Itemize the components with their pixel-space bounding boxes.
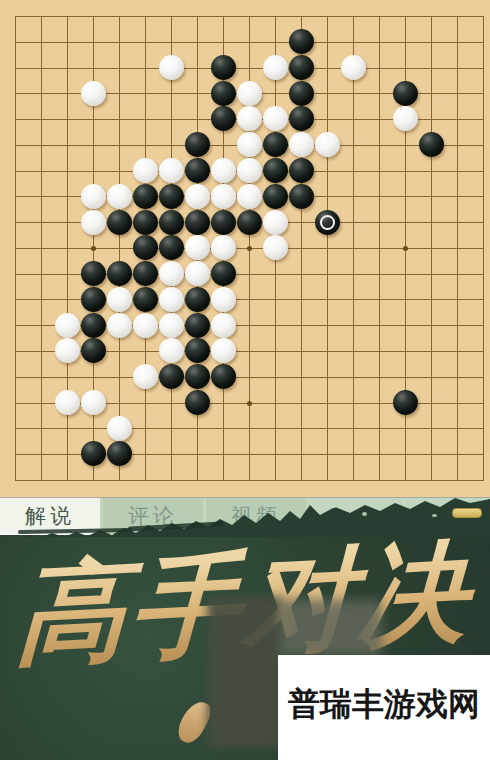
board-intersection[interactable] — [106, 261, 132, 287]
black-stone — [289, 29, 314, 54]
black-stone — [237, 210, 262, 235]
black-stone — [289, 106, 314, 131]
board-intersection[interactable] — [158, 235, 184, 261]
white-stone — [159, 55, 184, 80]
white-stone — [159, 287, 184, 312]
board-intersection[interactable] — [262, 106, 288, 132]
board-intersection[interactable] — [158, 55, 184, 81]
go-board[interactable] — [0, 0, 490, 497]
board-intersection[interactable] — [132, 235, 158, 261]
white-stone — [81, 390, 106, 415]
white-stone — [211, 235, 236, 260]
white-stone — [341, 55, 366, 80]
board-intersection[interactable] — [210, 80, 236, 106]
board-intersection[interactable] — [54, 312, 80, 338]
black-stone — [133, 184, 158, 209]
watermark-box: 普瑞丰游戏网 — [278, 655, 490, 760]
board-intersection[interactable] — [106, 183, 132, 209]
black-stone — [211, 210, 236, 235]
white-stone — [55, 390, 80, 415]
white-stone — [211, 313, 236, 338]
board-intersection[interactable] — [236, 80, 262, 106]
black-stone — [289, 55, 314, 80]
board-intersection[interactable] — [158, 338, 184, 364]
black-stone — [185, 210, 210, 235]
board-intersection[interactable] — [236, 209, 262, 235]
board-intersection[interactable] — [132, 209, 158, 235]
board-intersection[interactable] — [158, 364, 184, 390]
black-stone — [159, 210, 184, 235]
white-stone — [211, 338, 236, 363]
board-intersection[interactable] — [158, 158, 184, 184]
board-intersection[interactable] — [314, 209, 340, 235]
white-stone — [81, 210, 106, 235]
board-intersection[interactable] — [288, 132, 314, 158]
white-stone — [263, 235, 288, 260]
black-stone — [211, 81, 236, 106]
board-intersection[interactable] — [392, 106, 418, 132]
white-stone — [237, 81, 262, 106]
white-stone — [237, 132, 262, 157]
board-intersection[interactable] — [80, 286, 106, 312]
black-stone — [211, 106, 236, 131]
white-stone — [107, 184, 132, 209]
black-stone — [107, 261, 132, 286]
board-intersection[interactable] — [106, 415, 132, 441]
board-intersection[interactable] — [236, 132, 262, 158]
board-intersection[interactable] — [210, 55, 236, 81]
board-intersection[interactable] — [288, 158, 314, 184]
black-stone — [81, 261, 106, 286]
blurred-patch — [207, 597, 282, 747]
board-intersection[interactable] — [184, 209, 210, 235]
white-stone — [133, 364, 158, 389]
white-stone — [159, 338, 184, 363]
white-stone — [211, 184, 236, 209]
black-stone — [263, 158, 288, 183]
white-stone — [133, 313, 158, 338]
board-intersection[interactable] — [210, 338, 236, 364]
board-intersection[interactable] — [184, 389, 210, 415]
board-intersection[interactable] — [262, 132, 288, 158]
board-intersection[interactable] — [158, 261, 184, 287]
white-stone — [81, 184, 106, 209]
board-intersection[interactable] — [80, 80, 106, 106]
board-intersection[interactable] — [80, 389, 106, 415]
board-intersection[interactable] — [210, 183, 236, 209]
white-stone — [211, 158, 236, 183]
black-stone — [419, 132, 444, 157]
white-stone — [185, 261, 210, 286]
black-stone — [211, 261, 236, 286]
board-intersection[interactable] — [288, 106, 314, 132]
black-stone — [211, 55, 236, 80]
board-intersection[interactable] — [184, 338, 210, 364]
white-stone — [237, 106, 262, 131]
black-stone — [133, 210, 158, 235]
stone-grid — [2, 3, 490, 493]
board-intersection[interactable] — [184, 158, 210, 184]
paper-speck — [362, 512, 367, 516]
board-intersection[interactable] — [210, 261, 236, 287]
board-intersection[interactable] — [210, 106, 236, 132]
black-stone — [393, 81, 418, 106]
white-stone — [133, 158, 158, 183]
board-intersection[interactable] — [158, 286, 184, 312]
white-stone — [393, 106, 418, 131]
white-stone — [159, 261, 184, 286]
black-stone — [185, 132, 210, 157]
black-stone — [289, 158, 314, 183]
board-intersection[interactable] — [262, 209, 288, 235]
white-stone — [185, 235, 210, 260]
board-intersection[interactable] — [184, 261, 210, 287]
board-intersection[interactable] — [262, 183, 288, 209]
board-intersection[interactable] — [262, 158, 288, 184]
paper-speck — [332, 505, 336, 508]
board-intersection[interactable] — [184, 364, 210, 390]
white-stone — [263, 106, 288, 131]
board-intersection[interactable] — [210, 209, 236, 235]
board-intersection[interactable] — [132, 183, 158, 209]
board-intersection[interactable] — [106, 209, 132, 235]
board-intersection[interactable] — [158, 183, 184, 209]
white-stone — [237, 184, 262, 209]
black-stone — [185, 287, 210, 312]
black-stone — [185, 390, 210, 415]
board-intersection[interactable] — [314, 132, 340, 158]
board-intersection[interactable] — [132, 286, 158, 312]
black-stone — [133, 235, 158, 260]
white-stone — [159, 313, 184, 338]
board-intersection[interactable] — [236, 158, 262, 184]
board-intersection[interactable] — [392, 389, 418, 415]
black-stone — [81, 441, 106, 466]
white-stone — [159, 158, 184, 183]
board-intersection[interactable] — [184, 286, 210, 312]
white-stone — [81, 81, 106, 106]
board-intersection[interactable] — [210, 364, 236, 390]
board-intersection[interactable] — [340, 55, 366, 81]
board-intersection[interactable] — [184, 312, 210, 338]
board-intersection[interactable] — [236, 106, 262, 132]
board-intersection[interactable] — [288, 80, 314, 106]
white-stone — [107, 416, 132, 441]
black-stone — [81, 287, 106, 312]
board-intersection[interactable] — [210, 286, 236, 312]
board-intersection[interactable] — [210, 312, 236, 338]
board-intersection[interactable] — [106, 441, 132, 467]
board-intersection[interactable] — [236, 183, 262, 209]
board-intersection[interactable] — [106, 286, 132, 312]
board-intersection[interactable] — [184, 235, 210, 261]
black-stone — [81, 313, 106, 338]
last-move-black-stone — [315, 210, 340, 235]
white-stone — [315, 132, 340, 157]
board-intersection[interactable] — [418, 132, 444, 158]
board-intersection[interactable] — [184, 132, 210, 158]
board-intersection[interactable] — [132, 158, 158, 184]
black-stone — [133, 287, 158, 312]
board-intersection[interactable] — [158, 312, 184, 338]
board-intersection[interactable] — [158, 209, 184, 235]
white-stone — [107, 287, 132, 312]
board-intersection[interactable] — [288, 29, 314, 55]
paper-speck — [402, 501, 405, 504]
black-stone — [185, 313, 210, 338]
board-intersection[interactable] — [210, 158, 236, 184]
board-intersection[interactable] — [106, 312, 132, 338]
board-intersection[interactable] — [288, 183, 314, 209]
white-stone — [263, 210, 288, 235]
gold-brush-mark — [452, 508, 482, 518]
black-stone — [159, 184, 184, 209]
board-intersection[interactable] — [80, 183, 106, 209]
board-intersection[interactable] — [80, 338, 106, 364]
board-intersection[interactable] — [132, 261, 158, 287]
black-stone — [393, 390, 418, 415]
white-stone — [107, 313, 132, 338]
white-stone — [55, 313, 80, 338]
board-intersection[interactable] — [262, 235, 288, 261]
board-intersection[interactable] — [54, 338, 80, 364]
black-stone — [211, 364, 236, 389]
board-intersection[interactable] — [132, 312, 158, 338]
white-stone — [211, 287, 236, 312]
go-app-screen: 解说 评论 视频 高手对决 普瑞丰游戏网 — [0, 0, 490, 760]
paper-speck — [432, 514, 437, 517]
black-stone — [263, 184, 288, 209]
black-stone — [185, 364, 210, 389]
black-stone — [159, 364, 184, 389]
board-intersection[interactable] — [80, 261, 106, 287]
board-intersection[interactable] — [288, 55, 314, 81]
black-stone — [107, 441, 132, 466]
white-stone — [237, 158, 262, 183]
blurred-patch — [280, 600, 382, 657]
white-stone — [263, 55, 288, 80]
black-stone — [185, 158, 210, 183]
watermark-text: 普瑞丰游戏网 — [278, 683, 490, 727]
black-stone — [107, 210, 132, 235]
black-stone — [289, 184, 314, 209]
board-intersection[interactable] — [262, 55, 288, 81]
black-stone — [81, 338, 106, 363]
board-intersection[interactable] — [392, 80, 418, 106]
white-stone — [185, 184, 210, 209]
last-move-marker — [320, 215, 335, 230]
white-stone — [55, 338, 80, 363]
board-intersection[interactable] — [132, 364, 158, 390]
black-stone — [289, 81, 314, 106]
board-intersection[interactable] — [80, 312, 106, 338]
black-stone — [159, 235, 184, 260]
board-intersection[interactable] — [54, 389, 80, 415]
board-intersection[interactable] — [80, 441, 106, 467]
board-intersection[interactable] — [80, 209, 106, 235]
black-stone — [185, 338, 210, 363]
black-stone — [263, 132, 288, 157]
white-stone — [289, 132, 314, 157]
board-intersection[interactable] — [210, 235, 236, 261]
black-stone — [133, 261, 158, 286]
board-intersection[interactable] — [184, 183, 210, 209]
